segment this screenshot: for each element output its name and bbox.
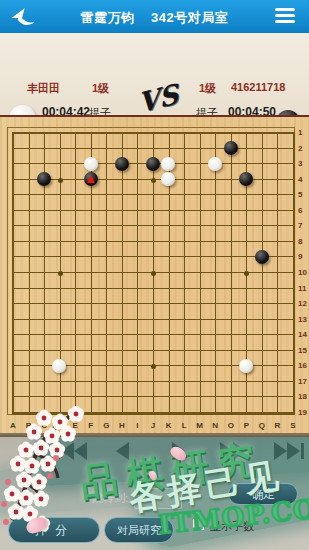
row-label-5: 5 <box>298 191 302 199</box>
board-top-divider <box>0 115 309 117</box>
right-player-name: 416211718 <box>231 81 285 93</box>
nav-go-end-button[interactable] <box>274 441 305 461</box>
game-research-button[interactable]: 对局研究 <box>104 517 174 543</box>
step-forward-icon <box>172 442 185 460</box>
stone-Q9 <box>255 250 269 264</box>
row-coordinates: 12345678910111213141516171819 <box>298 133 308 414</box>
stone-F3 <box>84 157 98 171</box>
jump-confirm-button[interactable]: 确定 <box>228 483 298 505</box>
column-label-D: D <box>53 421 67 430</box>
room-name: 雷霆万钧 <box>81 10 135 25</box>
app-window: 雷霆万钧 342号对局室 丰田田 1级 00:04:42 提子 10秒/3次 0… <box>0 0 309 550</box>
row-label-12: 12 <box>298 300 307 308</box>
column-label-A: A <box>6 421 20 430</box>
stone-J3 <box>146 157 160 171</box>
stone-H3 <box>115 157 129 171</box>
stone-P4 <box>239 172 253 186</box>
column-label-F: F <box>84 421 98 430</box>
stone-K3 <box>161 157 175 171</box>
bet-points-button[interactable]: 押分 <box>8 517 100 543</box>
column-coordinates: ABCDEFGHIJKLMNOPQRS <box>13 421 294 431</box>
ink-wash-decoration <box>0 460 141 516</box>
left-player-rank: 1级 <box>92 81 109 96</box>
show-move-numbers-label: 显示手数 <box>210 519 254 534</box>
jump-to-label: 跳转到: <box>92 491 128 506</box>
menu-button[interactable] <box>275 8 297 25</box>
column-label-G: G <box>99 421 113 430</box>
step-back-icon <box>116 442 129 460</box>
row-label-8: 8 <box>298 238 302 246</box>
row-label-16: 16 <box>298 362 307 370</box>
column-label-M: M <box>193 421 207 430</box>
right-player-rank: 1级 <box>199 81 216 96</box>
row-label-1: 1 <box>298 129 302 137</box>
jump-move-input[interactable] <box>134 488 182 509</box>
column-label-K: K <box>162 421 176 430</box>
hamburger-icon <box>275 8 297 23</box>
column-label-B: B <box>22 421 36 430</box>
row-label-2: 2 <box>298 145 302 153</box>
room-id: 342号对局室 <box>151 10 228 25</box>
end-bar-icon <box>301 443 304 459</box>
row-label-17: 17 <box>298 378 307 386</box>
column-label-R: R <box>270 421 284 430</box>
row-label-14: 14 <box>298 331 307 339</box>
row-label-15: 15 <box>298 347 307 355</box>
row-label-4: 4 <box>298 176 302 184</box>
stone-K4 <box>161 172 175 186</box>
column-label-H: H <box>115 421 129 430</box>
go-end-icon <box>274 442 287 460</box>
left-player-name: 丰田田 <box>27 81 60 96</box>
fast-forward-icon <box>220 442 233 460</box>
column-label-C: C <box>37 421 51 430</box>
row-label-6: 6 <box>298 207 302 215</box>
row-label-7: 7 <box>298 222 302 230</box>
column-label-Q: Q <box>255 421 269 430</box>
vs-logo: VS <box>136 78 179 119</box>
stone-O2 <box>224 141 238 155</box>
nav-fast-forward-button[interactable] <box>220 441 246 461</box>
row-label-9: 9 <box>298 253 302 261</box>
stone-C4 <box>37 172 51 186</box>
column-label-E: E <box>68 421 82 430</box>
players-panel: 丰田田 1级 00:04:42 提子 10秒/3次 0 VS 布局 1级 416… <box>0 33 309 116</box>
stone-F4 <box>84 172 98 186</box>
page-title: 雷霆万钧 342号对局室 <box>0 9 309 27</box>
column-label-S: S <box>286 421 300 430</box>
column-label-N: N <box>208 421 222 430</box>
column-label-J: J <box>146 421 160 430</box>
column-label-P: P <box>239 421 253 430</box>
row-label-11: 11 <box>298 285 306 293</box>
show-move-numbers-checkbox[interactable] <box>193 519 204 530</box>
row-label-18: 18 <box>298 393 307 401</box>
row-label-13: 13 <box>298 316 307 324</box>
row-label-3: 3 <box>298 160 302 168</box>
stone-D16 <box>52 359 66 373</box>
stone-N3 <box>208 157 222 171</box>
last-move-marker <box>87 175 95 183</box>
nav-step-back-button[interactable] <box>116 441 129 461</box>
row-label-10: 10 <box>298 269 307 277</box>
column-label-I: I <box>130 421 144 430</box>
row-label-19: 19 <box>298 409 307 417</box>
jump-unit-label: 手 <box>185 491 196 506</box>
stone-P16 <box>239 359 253 373</box>
board-grid[interactable] <box>5 125 301 421</box>
nav-step-forward-button[interactable] <box>172 441 185 461</box>
column-label-L: L <box>177 421 191 430</box>
nav-go-start-button[interactable] <box>56 441 87 461</box>
start-bar-icon <box>57 443 60 459</box>
column-label-O: O <box>224 421 238 430</box>
top-bar: 雷霆万钧 342号对局室 <box>0 0 309 34</box>
rewind-icon <box>61 442 74 460</box>
